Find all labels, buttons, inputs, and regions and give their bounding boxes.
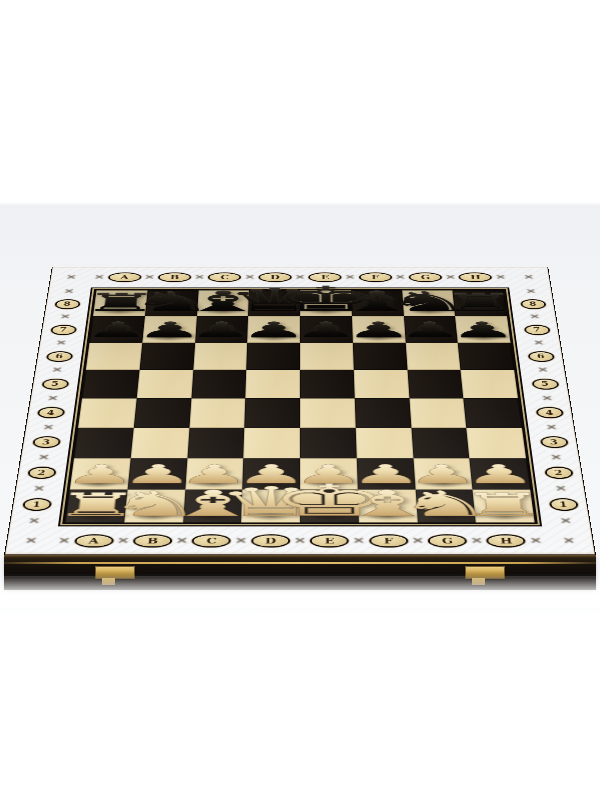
rank-label-6-right: 6 [529,352,553,361]
rank-label-4-right: 4 [537,408,561,417]
carved-x-icon: ✕ [65,274,77,280]
coordinate-label: 6 [537,353,545,359]
file-label-b-bottom: B [135,535,171,546]
piece-cell-g6 [405,342,460,369]
file-label-e-bottom: E [312,535,347,546]
coordinate-label: F [384,536,394,545]
carved-x-icon: ✕ [27,517,41,525]
file-label-c-bottom: C [194,535,229,546]
carved-x-icon: ✕ [562,536,576,545]
piece-white-rook[interactable]: ♜ [458,484,549,516]
carved-x-icon: ✕ [533,340,545,347]
chess-set-photo: { "game": "chess", "scene": "wooden fold… [0,0,600,800]
rank-label-8-left: 8 [56,300,79,308]
piece-cell-g3 [411,428,470,458]
carved-x-icon: ✕ [116,536,129,545]
piece-white-pawn[interactable]: ♟ [462,458,537,484]
piece-cell-d6 [246,342,300,369]
piece-cell-g5 [407,370,463,398]
rank-label-2-left: 2 [29,468,54,478]
right-clasp-icon [465,566,505,579]
frame-corner-motif: ✕ [4,526,58,555]
piece-cell-g4 [409,398,466,427]
piece-cell-e6 [300,342,354,369]
left-clasp-icon [95,566,135,579]
carved-x-icon: ✕ [32,485,45,493]
coordinate-label: D [265,536,276,545]
rank-label-2-right: 2 [546,468,571,478]
piece-cell-f5 [354,370,409,398]
piece-cell-d4 [245,398,300,427]
pieces-layer: ♜♞♝♛♚♝♞♜♟♟♟♟♟♟♟♟♟♟♟♟♟♟♟♟♜♞♝♛♚♝♞♜ [65,290,534,522]
coordinate-label: 5 [541,381,550,388]
chessboard: ✕ ✕ ✕ ✕ ✕A✕B✕C✕D✕E✕F✕G✕H✕ ✕A✕B✕C✕D✕E✕F✕G… [4,267,596,555]
scene: ✕ ✕ ✕ ✕ ✕A✕B✕C✕D✕E✕F✕G✕H✕ ✕A✕B✕C✕D✕E✕F✕G… [0,0,600,800]
rank-label-1-right: 1 [550,500,576,510]
coordinate-label: C [206,536,217,545]
file-label-a-top: A [109,273,139,281]
carved-x-icon: ✕ [470,536,483,545]
coordinate-label: 5 [51,381,60,388]
piece-cell-h5 [461,370,518,398]
carved-x-icon: ✕ [529,314,541,321]
carved-x-icon: ✕ [541,395,554,402]
coordinate-label: 3 [549,439,558,446]
piece-cell-a6 [86,342,142,369]
rank-label-3-right: 3 [541,437,566,447]
coordinate-label: 8 [63,301,71,307]
piece-cell-c4 [189,398,245,427]
file-label-b-top: B [159,273,189,281]
piece-cell-d3 [243,428,300,458]
coordinate-label: H [470,274,481,280]
piece-cell-c3 [187,428,245,458]
file-labels-bottom: ✕A✕B✕C✕D✕E✕F✕G✕H✕ [54,526,546,555]
carved-x-icon: ✕ [55,340,67,347]
rank-label-4-left: 4 [38,408,62,417]
coordinate-label: G [441,536,453,545]
carved-x-icon: ✕ [59,314,71,321]
carved-x-icon: ✕ [176,536,189,545]
coordinate-label: 7 [533,327,541,333]
piece-cell-a5 [82,370,139,398]
piece-cell-a3 [74,428,134,458]
carved-x-icon: ✕ [537,367,549,374]
gold-pinstripe [4,562,596,564]
coordinate-label: G [420,274,430,280]
rank-label-8-right: 8 [522,300,545,308]
piece-cell-d7: ♟ [247,316,300,342]
piece-cell-a4 [78,398,136,427]
carved-x-icon: ✕ [395,274,406,280]
carved-x-icon: ✕ [523,274,535,280]
piece-black-rook[interactable]: ♜ [440,286,520,311]
piece-cell-f4 [354,398,410,427]
carved-x-icon: ✕ [445,274,456,280]
rank-label-3-left: 3 [34,437,59,447]
file-label-d-bottom: D [253,535,288,546]
piece-cell-h8: ♜ [453,290,507,316]
piece-cell-h3 [466,428,526,458]
coordinate-label: 6 [55,353,63,359]
coordinate-label: 3 [42,439,51,446]
carved-x-icon: ✕ [525,288,537,294]
frame-corner-motif: ✕ [48,267,93,288]
piece-cell-f6 [353,342,407,369]
rank-label-5-left: 5 [43,380,67,389]
frame-corner-motif: ✕ [506,267,551,288]
coordinate-label: H [500,536,513,545]
carved-x-icon: ✕ [353,536,366,545]
carved-x-icon: ✕ [495,274,506,280]
file-label-g-bottom: G [430,535,466,546]
coordinate-label: B [170,274,180,280]
carved-x-icon: ✕ [545,424,558,432]
box-front-face [4,555,596,590]
coordinate-label: A [88,536,99,545]
carved-x-icon: ✕ [411,536,424,545]
carved-x-icon: ✕ [235,536,248,545]
coordinate-label: E [324,536,334,545]
carved-x-icon: ✕ [554,485,567,493]
rank-label-7-right: 7 [525,326,548,334]
playing-field: ♜♞♝♛♚♝♞♜♟♟♟♟♟♟♟♟♟♟♟♟♟♟♟♟♜♞♝♛♚♝♞♜ [58,287,542,526]
piece-cell-b3 [130,428,189,458]
carved-x-icon: ✕ [550,454,563,462]
rank-label-1-left: 1 [24,500,50,510]
carved-x-icon: ✕ [194,274,205,280]
piece-cell-e5 [300,370,354,398]
coordinate-label: B [147,536,159,545]
carved-x-icon: ✕ [24,536,38,545]
carved-x-icon: ✕ [144,274,155,280]
rank-label-6-left: 6 [47,352,71,361]
piece-cell-b4 [134,398,191,427]
coordinate-label: 8 [529,301,537,307]
piece-cell-h4 [463,398,521,427]
lid-seam [4,575,596,576]
piece-cell-f3 [355,428,413,458]
rank-label-7-left: 7 [52,326,75,334]
coordinate-label: 4 [545,409,554,416]
piece-cell-b6 [139,342,194,369]
black-pawn-glyph: ♟ [449,319,517,341]
carved-x-icon: ✕ [57,536,71,545]
coordinate-label: 7 [59,327,67,333]
file-label-h-bottom: H [488,535,524,546]
coordinate-label: 4 [46,409,55,416]
carved-x-icon: ✕ [294,536,307,545]
coordinate-label: 2 [554,469,563,476]
piece-cell-h1: ♜ [473,490,535,523]
carved-x-icon: ✕ [529,536,543,545]
carved-x-icon: ✕ [63,288,75,294]
piece-cell-d5 [246,370,300,398]
piece-cell-h7: ♟ [455,316,510,342]
carved-x-icon: ✕ [42,424,55,432]
file-label-h-top: H [460,273,490,281]
piece-cell-h6 [458,342,514,369]
carved-x-icon: ✕ [94,274,105,280]
piece-cell-e4 [300,398,355,427]
white-rook-glyph: ♜ [458,489,549,521]
coordinate-label: 1 [32,501,41,509]
frame-corner-motif: ✕ [542,526,596,555]
piece-cell-e3 [300,428,357,458]
coordinate-label: 1 [559,501,568,509]
file-label-g-top: G [410,273,440,281]
piece-black-pawn[interactable]: ♟ [448,316,516,338]
carved-x-icon: ✕ [47,395,60,402]
carved-x-icon: ✕ [51,367,63,374]
rank-label-5-right: 5 [533,380,557,389]
file-label-a-bottom: A [76,535,112,546]
coordinate-label: 2 [37,469,46,476]
file-label-f-bottom: F [371,535,406,546]
black-rook-glyph: ♜ [440,290,520,315]
coordinate-label: A [120,274,129,280]
piece-cell-c5 [191,370,246,398]
carved-x-icon: ✕ [559,517,573,525]
carved-x-icon: ✕ [37,454,50,462]
piece-cell-b5 [137,370,193,398]
piece-cell-c6 [193,342,247,369]
